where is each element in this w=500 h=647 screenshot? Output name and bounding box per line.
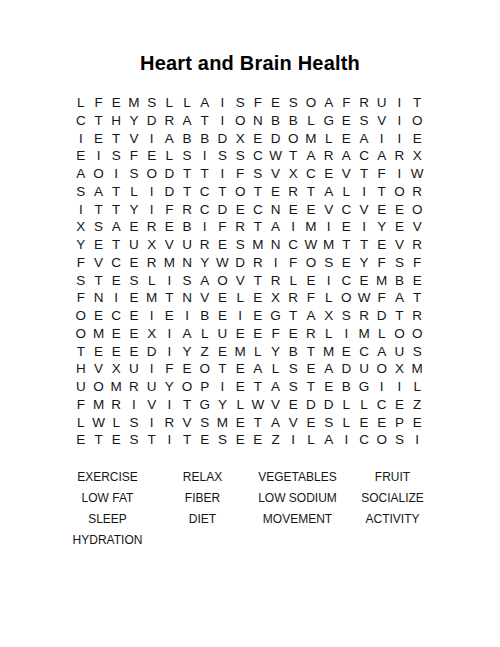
grid-cell: S [338, 307, 356, 325]
word-list-item: FIBER [155, 488, 250, 509]
grid-cell: E [391, 201, 409, 219]
word-list: EXERCISELOW FATSLEEPHYDRATIONRELAXFIBERD… [60, 467, 440, 551]
grid-cell: E [143, 147, 161, 165]
grid-cell: S [178, 272, 196, 290]
grid-cell: B [178, 218, 196, 236]
grid-cell: L [72, 414, 90, 432]
grid-cell: O [338, 289, 356, 307]
grid-cell: R [143, 254, 161, 272]
grid-cell: A [373, 343, 391, 361]
grid-cell: F [125, 147, 143, 165]
grid-cell: C [249, 147, 267, 165]
grid-cell: M [302, 218, 320, 236]
grid-cell: I [284, 431, 302, 449]
grid-cell: C [355, 343, 373, 361]
grid-cell: E [320, 378, 338, 396]
grid-cell: I [161, 272, 179, 290]
grid-cell: E [107, 325, 125, 343]
grid-cell: R [107, 396, 125, 414]
grid-cell: E [338, 218, 356, 236]
grid-cell: W [302, 236, 320, 254]
grid-cell: R [196, 236, 214, 254]
grid-cell: C [338, 201, 356, 219]
grid-cell: E [231, 414, 249, 432]
grid-cell: S [90, 218, 108, 236]
grid-cell: I [391, 165, 409, 183]
grid-cell: F [373, 289, 391, 307]
grid-cell: E [284, 396, 302, 414]
grid-cell: F [231, 165, 249, 183]
grid-cell: L [231, 396, 249, 414]
grid-cell: F [72, 254, 90, 272]
grid-cell: D [143, 112, 161, 130]
grid-cell: R [284, 289, 302, 307]
grid-cell: E [90, 236, 108, 254]
grid-cell: E [408, 130, 426, 148]
grid-cell: O [196, 360, 214, 378]
grid-cell: F [72, 396, 90, 414]
grid-cell: L [196, 325, 214, 343]
word-search-grid: LFEMSLLAISFESOAFRUITCTHYDRATIONBBLGESVIO… [72, 94, 426, 449]
grid-cell: Y [214, 396, 232, 414]
grid-cell: B [284, 343, 302, 361]
grid-cell: S [143, 94, 161, 112]
grid-cell: O [72, 325, 90, 343]
grid-cell: S [125, 431, 143, 449]
grid-cell: B [391, 272, 409, 290]
grid-cell: U [373, 94, 391, 112]
grid-cell: L [107, 414, 125, 432]
grid-cell: V [90, 360, 108, 378]
grid-cell: R [302, 325, 320, 343]
grid-cell: V [90, 254, 108, 272]
grid-cell: X [143, 325, 161, 343]
grid-cell: V [267, 396, 285, 414]
grid-cell: E [391, 396, 409, 414]
grid-cell: F [90, 94, 108, 112]
grid-cell: R [355, 94, 373, 112]
grid-cell: Y [373, 218, 391, 236]
grid-cell: T [90, 272, 108, 290]
grid-cell: E [107, 431, 125, 449]
grid-cell: N [267, 236, 285, 254]
grid-cell: I [161, 396, 179, 414]
grid-cell: T [355, 165, 373, 183]
grid-cell: U [72, 378, 90, 396]
grid-cell: Y [72, 236, 90, 254]
grid-cell: O [408, 201, 426, 219]
grid-cell: M [302, 130, 320, 148]
grid-cell: E [302, 272, 320, 290]
grid-cell: I [161, 431, 179, 449]
grid-cell: O [178, 378, 196, 396]
grid-cell: Z [408, 396, 426, 414]
grid-cell: W [355, 289, 373, 307]
grid-cell: R [320, 147, 338, 165]
grid-cell: I [373, 130, 391, 148]
grid-cell: A [302, 147, 320, 165]
grid-cell: I [391, 378, 409, 396]
grid-cell: L [178, 94, 196, 112]
grid-cell: U [391, 343, 409, 361]
grid-cell: A [320, 183, 338, 201]
grid-cell: O [302, 254, 320, 272]
grid-cell: O [408, 325, 426, 343]
grid-cell: F [338, 94, 356, 112]
grid-cell: A [267, 378, 285, 396]
grid-cell: T [107, 201, 125, 219]
grid-cell: G [267, 307, 285, 325]
grid-cell: C [72, 112, 90, 130]
grid-cell: T [107, 236, 125, 254]
grid-cell: L [231, 289, 249, 307]
grid-cell: E [249, 307, 267, 325]
grid-cell: D [161, 183, 179, 201]
grid-cell: S [391, 431, 409, 449]
grid-cell: T [284, 307, 302, 325]
grid-cell: L [320, 130, 338, 148]
grid-cell: I [267, 254, 285, 272]
word-list-item: LOW FAT [60, 488, 155, 509]
grid-cell: V [355, 201, 373, 219]
grid-cell: E [249, 431, 267, 449]
grid-cell: G [320, 112, 338, 130]
grid-cell: E [214, 236, 232, 254]
grid-cell: E [214, 307, 232, 325]
grid-cell: C [355, 147, 373, 165]
grid-cell: T [178, 165, 196, 183]
grid-cell: L [161, 147, 179, 165]
grid-cell: E [107, 272, 125, 290]
grid-cell: M [90, 325, 108, 343]
grid-cell: O [391, 183, 409, 201]
grid-cell: N [267, 201, 285, 219]
grid-cell: R [231, 218, 249, 236]
grid-cell: A [320, 94, 338, 112]
grid-cell: L [267, 360, 285, 378]
grid-cell: E [72, 431, 90, 449]
grid-cell: T [338, 236, 356, 254]
grid-cell: E [249, 130, 267, 148]
grid-cell: O [90, 165, 108, 183]
grid-cell: M [231, 343, 249, 361]
grid-cell: I [143, 307, 161, 325]
grid-cell: W [214, 254, 232, 272]
grid-cell: S [214, 431, 232, 449]
grid-cell: S [284, 94, 302, 112]
grid-cell: W [408, 165, 426, 183]
word-list-column: FRUITSOCIALIZEACTIVITY [345, 467, 440, 530]
grid-cell: A [161, 130, 179, 148]
grid-cell: V [373, 112, 391, 130]
grid-cell: F [373, 165, 391, 183]
word-list-item: ACTIVITY [345, 509, 440, 530]
grid-cell: V [196, 289, 214, 307]
grid-cell: R [355, 307, 373, 325]
word-list-column: VEGETABLESLOW SODIUMMOVEMENT [250, 467, 345, 530]
grid-cell: T [249, 183, 267, 201]
grid-cell: T [178, 183, 196, 201]
grid-cell: U [125, 236, 143, 254]
grid-cell: I [178, 307, 196, 325]
grid-cell: X [267, 289, 285, 307]
grid-cell: N [178, 254, 196, 272]
grid-cell: E [338, 130, 356, 148]
grid-cell: C [373, 396, 391, 414]
grid-cell: B [284, 112, 302, 130]
grid-cell: R [125, 378, 143, 396]
grid-cell: A [196, 272, 214, 290]
grid-cell: A [355, 130, 373, 148]
grid-cell: E [284, 201, 302, 219]
grid-cell: M [125, 94, 143, 112]
grid-cell: A [178, 325, 196, 343]
grid-cell: F [408, 254, 426, 272]
grid-cell: Y [125, 201, 143, 219]
grid-cell: O [214, 272, 232, 290]
grid-cell: F [249, 94, 267, 112]
grid-cell: Y [196, 254, 214, 272]
grid-cell: C [196, 201, 214, 219]
grid-cell: M [320, 236, 338, 254]
grid-cell: D [143, 343, 161, 361]
grid-cell: E [338, 254, 356, 272]
grid-cell: P [196, 378, 214, 396]
word-list-item: DIET [155, 509, 250, 530]
grid-cell: R [408, 183, 426, 201]
grid-cell: S [355, 112, 373, 130]
grid-cell: E [161, 218, 179, 236]
grid-cell: T [107, 130, 125, 148]
grid-cell: X [408, 147, 426, 165]
grid-cell: T [249, 218, 267, 236]
grid-cell: D [338, 360, 356, 378]
grid-cell: T [161, 289, 179, 307]
grid-cell: S [214, 147, 232, 165]
grid-cell: E [72, 147, 90, 165]
grid-cell: X [391, 360, 409, 378]
grid-cell: L [355, 396, 373, 414]
puzzle-title: Heart and Brain Health [0, 52, 500, 75]
grid-cell: I [338, 431, 356, 449]
grid-cell: M [373, 272, 391, 290]
grid-cell: E [125, 254, 143, 272]
grid-cell: Z [196, 343, 214, 361]
grid-cell: I [408, 431, 426, 449]
grid-cell: X [284, 165, 302, 183]
grid-cell: O [302, 94, 320, 112]
grid-cell: I [143, 360, 161, 378]
grid-cell: E [125, 307, 143, 325]
grid-cell: V [178, 414, 196, 432]
grid-cell: E [231, 360, 249, 378]
grid-cell: E [90, 343, 108, 361]
grid-cell: E [373, 201, 391, 219]
grid-cell: A [302, 307, 320, 325]
grid-cell: R [267, 272, 285, 290]
grid-cell: V [125, 130, 143, 148]
grid-cell: I [214, 112, 232, 130]
grid-cell: O [72, 307, 90, 325]
grid-cell: F [161, 360, 179, 378]
grid-cell: E [267, 183, 285, 201]
grid-cell: I [143, 201, 161, 219]
grid-cell: O [143, 165, 161, 183]
grid-cell: B [196, 307, 214, 325]
grid-cell: R [408, 307, 426, 325]
grid-cell: S [391, 254, 409, 272]
word-list-item: SLEEP [60, 509, 155, 530]
grid-cell: E [373, 236, 391, 254]
grid-cell: O [231, 112, 249, 130]
grid-cell: I [196, 218, 214, 236]
grid-cell: M [408, 360, 426, 378]
grid-cell: C [107, 254, 125, 272]
word-list-column: RELAXFIBERDIET [155, 467, 250, 530]
grid-cell: V [320, 201, 338, 219]
grid-cell: S [178, 147, 196, 165]
grid-cell: Y [161, 378, 179, 396]
grid-cell: O [373, 360, 391, 378]
grid-cell: D [373, 307, 391, 325]
grid-cell: C [249, 201, 267, 219]
grid-cell: R [161, 414, 179, 432]
grid-cell: O [284, 130, 302, 148]
grid-cell: S [320, 254, 338, 272]
grid-cell: V [338, 165, 356, 183]
grid-cell: I [143, 414, 161, 432]
grid-cell: E [90, 307, 108, 325]
grid-cell: A [320, 360, 338, 378]
grid-cell: T [302, 343, 320, 361]
grid-cell: E [302, 201, 320, 219]
grid-cell: C [338, 272, 356, 290]
grid-cell: V [391, 236, 409, 254]
grid-cell: L [302, 112, 320, 130]
grid-cell: A [338, 147, 356, 165]
grid-cell: A [249, 360, 267, 378]
grid-cell: S [72, 272, 90, 290]
grid-cell: T [284, 147, 302, 165]
grid-cell: T [72, 343, 90, 361]
grid-cell: I [231, 307, 249, 325]
grid-cell: Y [125, 112, 143, 130]
grid-cell: D [161, 165, 179, 183]
grid-cell: S [125, 165, 143, 183]
grid-cell: E [161, 307, 179, 325]
grid-cell: O [231, 183, 249, 201]
grid-cell: T [143, 431, 161, 449]
grid-cell: X [143, 236, 161, 254]
grid-cell: E [107, 94, 125, 112]
grid-cell: L [249, 343, 267, 361]
grid-cell: T [90, 112, 108, 130]
grid-cell: N [90, 289, 108, 307]
word-list-item: RELAX [155, 467, 250, 488]
grid-cell: T [249, 272, 267, 290]
grid-cell: E [391, 218, 409, 236]
grid-cell: U [125, 360, 143, 378]
grid-cell: E [302, 360, 320, 378]
grid-cell: L [302, 431, 320, 449]
grid-cell: A [373, 147, 391, 165]
grid-cell: E [178, 360, 196, 378]
grid-cell: E [125, 343, 143, 361]
grid-cell: T [391, 307, 409, 325]
grid-cell: E [231, 378, 249, 396]
grid-cell: W [249, 396, 267, 414]
word-search-page: Heart and Brain Health LFEMSLLAISFESOAFR… [0, 0, 500, 647]
grid-cell: D [302, 396, 320, 414]
grid-cell: A [267, 218, 285, 236]
grid-cell: L [125, 183, 143, 201]
grid-cell: Z [267, 431, 285, 449]
grid-cell: X [320, 307, 338, 325]
grid-cell: L [72, 94, 90, 112]
grid-cell: I [391, 94, 409, 112]
grid-cell: M [249, 236, 267, 254]
grid-cell: C [107, 307, 125, 325]
grid-cell: I [107, 289, 125, 307]
grid-cell: I [196, 147, 214, 165]
grid-cell: M [143, 289, 161, 307]
grid-cell: D [214, 201, 232, 219]
grid-cell: I [338, 325, 356, 343]
grid-cell: B [178, 130, 196, 148]
grid-cell: X [72, 218, 90, 236]
word-list-column: EXERCISELOW FATSLEEPHYDRATION [60, 467, 155, 551]
grid-cell: S [284, 378, 302, 396]
grid-cell: I [161, 343, 179, 361]
grid-cell: M [214, 414, 232, 432]
grid-cell: L [373, 325, 391, 343]
grid-cell: S [125, 414, 143, 432]
word-list-item: HYDRATION [60, 530, 155, 551]
grid-cell: E [125, 218, 143, 236]
grid-cell: A [267, 414, 285, 432]
grid-cell: I [320, 272, 338, 290]
grid-cell: C [284, 236, 302, 254]
grid-cell: E [338, 343, 356, 361]
grid-cell: O [373, 431, 391, 449]
grid-cell: R [284, 183, 302, 201]
grid-cell: T [214, 360, 232, 378]
grid-cell: I [161, 325, 179, 343]
grid-cell: O [408, 112, 426, 130]
grid-cell: M [107, 378, 125, 396]
grid-cell: F [161, 201, 179, 219]
grid-cell: T [408, 94, 426, 112]
grid-cell: B [267, 112, 285, 130]
grid-cell: I [391, 112, 409, 130]
grid-cell: T [196, 112, 214, 130]
grid-cell: S [72, 183, 90, 201]
grid-cell: E [408, 414, 426, 432]
grid-cell: X [107, 360, 125, 378]
grid-cell: C [302, 165, 320, 183]
grid-cell: O [391, 325, 409, 343]
grid-cell: U [214, 325, 232, 343]
grid-cell: A [391, 289, 409, 307]
word-list-item: MOVEMENT [250, 509, 345, 530]
grid-cell: D [231, 254, 249, 272]
grid-cell: R [391, 147, 409, 165]
grid-cell: E [249, 325, 267, 343]
grid-cell: C [355, 431, 373, 449]
grid-cell: I [214, 165, 232, 183]
grid-cell: X [231, 130, 249, 148]
grid-cell: L [408, 378, 426, 396]
